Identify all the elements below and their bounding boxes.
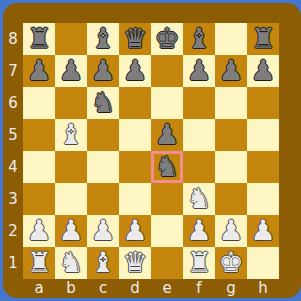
- piece-white-pawn[interactable]: ♟: [119, 215, 151, 247]
- square-h5[interactable]: [247, 119, 279, 151]
- square-d5[interactable]: [119, 119, 151, 151]
- square-e6[interactable]: [151, 87, 183, 119]
- square-d8[interactable]: ♛: [119, 23, 151, 55]
- square-a2[interactable]: ♟: [23, 215, 55, 247]
- piece-white-knight[interactable]: ♞: [55, 247, 87, 279]
- square-d3[interactable]: [119, 183, 151, 215]
- piece-black-knight[interactable]: ♞: [87, 87, 119, 119]
- square-h6[interactable]: [247, 87, 279, 119]
- square-h1[interactable]: [247, 247, 279, 279]
- square-a8[interactable]: ♜: [23, 23, 55, 55]
- chess-board[interactable]: ♜♝♛♚♝♜♟♟♟♟♟♟♟♞♝♟♞♞♟♟♟♟♟♟♟♜♞♝♛♜♚: [23, 23, 279, 279]
- square-d7[interactable]: ♟: [119, 55, 151, 87]
- piece-black-pawn[interactable]: ♟: [87, 55, 119, 87]
- piece-white-bishop[interactable]: ♝: [87, 247, 119, 279]
- piece-white-rook[interactable]: ♜: [23, 247, 55, 279]
- square-e2[interactable]: [151, 215, 183, 247]
- square-f7[interactable]: ♟: [183, 55, 215, 87]
- square-b6[interactable]: [55, 87, 87, 119]
- rank-labels: 87654321: [3, 23, 23, 279]
- piece-white-king[interactable]: ♚: [215, 247, 247, 279]
- square-f8[interactable]: ♝: [183, 23, 215, 55]
- rank-label-5: 5: [3, 119, 23, 151]
- square-f1[interactable]: ♜: [183, 247, 215, 279]
- piece-white-pawn[interactable]: ♟: [55, 215, 87, 247]
- piece-white-pawn[interactable]: ♟: [23, 215, 55, 247]
- square-a6[interactable]: [23, 87, 55, 119]
- piece-black-pawn[interactable]: ♟: [183, 55, 215, 87]
- piece-white-knight[interactable]: ♞: [183, 183, 215, 215]
- square-b1[interactable]: ♞: [55, 247, 87, 279]
- square-c6[interactable]: ♞: [87, 87, 119, 119]
- square-e4[interactable]: ♞: [151, 151, 183, 183]
- square-c5[interactable]: [87, 119, 119, 151]
- square-d2[interactable]: ♟: [119, 215, 151, 247]
- file-label-g: g: [215, 279, 247, 299]
- piece-black-rook[interactable]: ♜: [247, 23, 279, 55]
- square-h4[interactable]: [247, 151, 279, 183]
- square-g4[interactable]: [215, 151, 247, 183]
- square-e8[interactable]: ♚: [151, 23, 183, 55]
- file-label-a: a: [23, 279, 55, 299]
- square-g7[interactable]: ♟: [215, 55, 247, 87]
- piece-black-bishop[interactable]: ♝: [183, 23, 215, 55]
- square-a4[interactable]: [23, 151, 55, 183]
- square-e3[interactable]: [151, 183, 183, 215]
- rank-label-3: 3: [3, 183, 23, 215]
- piece-black-pawn[interactable]: ♟: [247, 55, 279, 87]
- file-labels: abcdefgh: [23, 279, 279, 299]
- piece-white-queen[interactable]: ♛: [119, 247, 151, 279]
- piece-white-pawn[interactable]: ♟: [183, 215, 215, 247]
- square-a3[interactable]: [23, 183, 55, 215]
- piece-white-pawn[interactable]: ♟: [215, 215, 247, 247]
- piece-black-rook[interactable]: ♜: [23, 23, 55, 55]
- square-c4[interactable]: [87, 151, 119, 183]
- piece-black-pawn[interactable]: ♟: [119, 55, 151, 87]
- piece-white-pawn[interactable]: ♟: [87, 215, 119, 247]
- square-d4[interactable]: [119, 151, 151, 183]
- rank-label-1: 1: [3, 247, 23, 279]
- square-f3[interactable]: ♞: [183, 183, 215, 215]
- square-g1[interactable]: ♚: [215, 247, 247, 279]
- piece-black-pawn[interactable]: ♟: [55, 55, 87, 87]
- file-label-c: c: [87, 279, 119, 299]
- piece-black-pawn[interactable]: ♟: [215, 55, 247, 87]
- rank-label-4: 4: [3, 151, 23, 183]
- piece-black-king[interactable]: ♚: [151, 23, 183, 55]
- chess-board-frame: 87654321 ♜♝♛♚♝♜♟♟♟♟♟♟♟♞♝♟♞♞♟♟♟♟♟♟♟♜♞♝♛♜♚…: [3, 3, 301, 298]
- square-b3[interactable]: [55, 183, 87, 215]
- square-a7[interactable]: ♟: [23, 55, 55, 87]
- piece-white-pawn[interactable]: ♟: [247, 215, 279, 247]
- piece-black-pawn[interactable]: ♟: [23, 55, 55, 87]
- piece-black-queen[interactable]: ♛: [119, 23, 151, 55]
- square-c3[interactable]: [87, 183, 119, 215]
- square-e7[interactable]: [151, 55, 183, 87]
- square-g5[interactable]: [215, 119, 247, 151]
- square-d6[interactable]: [119, 87, 151, 119]
- square-c1[interactable]: ♝: [87, 247, 119, 279]
- square-e1[interactable]: [151, 247, 183, 279]
- piece-white-bishop[interactable]: ♝: [55, 119, 87, 151]
- square-h7[interactable]: ♟: [247, 55, 279, 87]
- rank-label-8: 8: [3, 23, 23, 55]
- square-g2[interactable]: ♟: [215, 215, 247, 247]
- square-a5[interactable]: [23, 119, 55, 151]
- square-h3[interactable]: [247, 183, 279, 215]
- piece-black-bishop[interactable]: ♝: [87, 23, 119, 55]
- file-label-b: b: [55, 279, 87, 299]
- piece-black-knight[interactable]: ♞: [151, 151, 183, 183]
- square-f5[interactable]: [183, 119, 215, 151]
- square-g3[interactable]: [215, 183, 247, 215]
- square-h8[interactable]: ♜: [247, 23, 279, 55]
- square-f6[interactable]: [183, 87, 215, 119]
- piece-white-rook[interactable]: ♜: [183, 247, 215, 279]
- square-b4[interactable]: [55, 151, 87, 183]
- rank-label-7: 7: [3, 55, 23, 87]
- file-label-f: f: [183, 279, 215, 299]
- square-d1[interactable]: ♛: [119, 247, 151, 279]
- square-b2[interactable]: ♟: [55, 215, 87, 247]
- rank-label-2: 2: [3, 215, 23, 247]
- square-f4[interactable]: [183, 151, 215, 183]
- square-b7[interactable]: ♟: [55, 55, 87, 87]
- square-c2[interactable]: ♟: [87, 215, 119, 247]
- square-f2[interactable]: ♟: [183, 215, 215, 247]
- square-c7[interactable]: ♟: [87, 55, 119, 87]
- square-b5[interactable]: ♝: [55, 119, 87, 151]
- file-label-e: e: [151, 279, 183, 299]
- file-label-h: h: [247, 279, 279, 299]
- square-c8[interactable]: ♝: [87, 23, 119, 55]
- square-g6[interactable]: [215, 87, 247, 119]
- square-b8[interactable]: [55, 23, 87, 55]
- rank-label-6: 6: [3, 87, 23, 119]
- square-e5[interactable]: ♟: [151, 119, 183, 151]
- square-g8[interactable]: [215, 23, 247, 55]
- square-h2[interactable]: ♟: [247, 215, 279, 247]
- file-label-d: d: [119, 279, 151, 299]
- piece-black-pawn[interactable]: ♟: [151, 119, 183, 151]
- square-a1[interactable]: ♜: [23, 247, 55, 279]
